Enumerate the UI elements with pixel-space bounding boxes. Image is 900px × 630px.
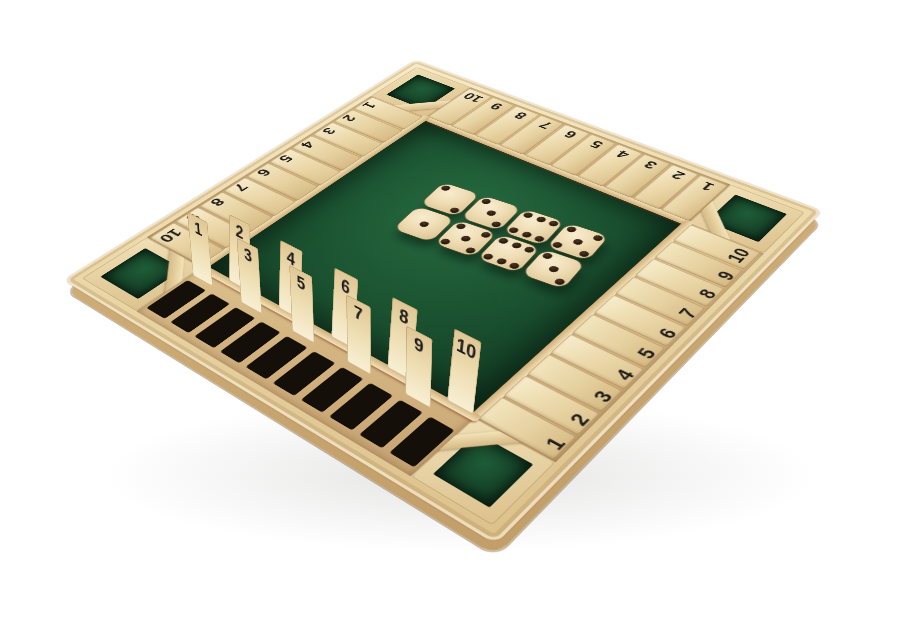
die-pip [497,237,510,245]
die-pip [507,227,519,234]
tile-number: 1 [698,180,717,192]
die-pip [508,262,521,270]
die-pip [541,252,554,260]
tile-number: 5 [587,139,606,150]
tile-number: 2 [669,170,688,182]
tile-number: 5 [276,153,296,163]
die-pip [490,221,502,228]
tile-cell-west-7: 7 [221,176,299,218]
tile-south-9-open[interactable]: 9 [405,325,432,408]
scene: 10987654321 12345678910 10987654321 1234… [0,0,900,630]
tile-number: 3 [319,126,338,136]
tile-number: 2 [339,113,358,122]
tile-north-9-closed[interactable]: 9 [451,97,515,135]
tile-cell-west-3: 3 [310,121,385,158]
tile-north-6-closed[interactable]: 6 [524,125,589,166]
corner-pocket-far [371,67,471,118]
tile-north-2-closed[interactable]: 2 [632,165,699,210]
tile-cell-north-2: 2 [630,163,702,211]
tile-number: 10 [460,91,485,104]
tile-number: 1 [187,215,209,242]
die-pip [440,184,452,191]
tile-cell-north-4: 4 [574,143,645,189]
die-pip [449,207,461,214]
die-pip [495,258,508,266]
shut-the-box-board: 10987654321 12345678910 10987654321 1234… [63,60,823,544]
tile-number: 6 [253,167,273,178]
tile-cell-west-5: 5 [267,148,344,187]
tile-west-4-closed[interactable]: 4 [291,136,362,172]
tile-cell-north-3: 3 [602,153,673,200]
die-pip [485,209,497,216]
die-pip [438,238,451,246]
tile-number: 3 [237,241,259,269]
tile-north-8-closed[interactable]: 8 [475,106,540,145]
die-pip [553,278,566,286]
tile-south-7-open[interactable]: 7 [346,294,371,375]
tile-west-6-closed[interactable]: 6 [247,163,319,201]
dice-cluster [395,195,608,302]
die-pip [548,220,560,227]
tile-number: 9 [487,101,505,111]
tile-cell-west-4: 4 [289,134,365,172]
corner-pocket-felt [433,433,533,507]
tile-cell-north-7: 7 [497,114,567,157]
die-pip [459,235,472,242]
tile-number: 7 [536,120,554,131]
tile-number: 6 [561,129,580,140]
die-pip [524,246,537,254]
tile-north-4-closed[interactable]: 4 [577,144,643,187]
die-pip [592,234,605,242]
tile-west-5-closed[interactable]: 5 [269,149,340,186]
die-1-showing-2[interactable] [420,183,479,217]
stage: 10987654321 12345678910 10987654321 1234… [0,0,900,630]
die-pip [547,265,560,273]
tile-west-2-closed[interactable]: 2 [333,110,403,143]
tile-number: 8 [207,197,227,208]
die-pip [510,241,523,249]
die-pip [578,250,591,258]
tile-south-3-open[interactable]: 3 [237,237,262,314]
die-pip [571,238,584,246]
tile-cell-north-6: 6 [522,123,592,167]
tile-number: 3 [641,159,660,171]
die-pip [550,241,563,249]
die-pip [418,220,430,227]
tile-number: 4 [614,149,633,161]
die-pip [535,216,547,223]
product-photo-canvas: 10987654321 12345678910 10987654321 1234… [0,0,900,630]
tile-west-7-closed[interactable]: 7 [223,177,296,216]
tile-number: 4 [298,140,318,150]
die-pip [480,231,493,238]
die-pip [480,198,492,205]
die-pip [520,231,533,238]
tile-west-3-closed[interactable]: 3 [313,122,383,157]
tile-cell-north-8: 8 [472,105,541,147]
die-pip [565,225,577,232]
die-pip [455,222,467,229]
tile-number: 1 [360,101,379,110]
tile-cell-west-2: 2 [331,108,406,144]
die-pip [481,253,494,261]
tile-cell-west-6: 6 [244,162,321,203]
die-pip [522,211,534,218]
tile-south-5-open[interactable]: 5 [289,265,314,344]
tile-north-5-closed[interactable]: 5 [550,134,616,176]
tile-cell-north-5: 5 [548,133,618,178]
tile-north-3-closed[interactable]: 3 [604,154,671,198]
tile-north-7-closed[interactable]: 7 [499,115,564,155]
tile-number: 7 [230,182,250,193]
die-pip [533,235,546,243]
rail-north: 10987654321 [425,87,730,223]
tile-number: 8 [511,110,529,120]
